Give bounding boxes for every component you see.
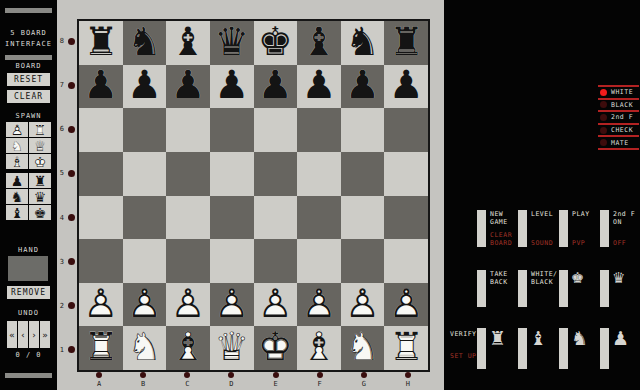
square-a4[interactable] — [79, 196, 123, 240]
square-f8[interactable]: ♝♝ — [297, 21, 341, 65]
black-knight[interactable]: ♞♞ — [341, 21, 385, 65]
led-label: BLACK — [611, 101, 633, 109]
button-bar[interactable] — [518, 270, 527, 307]
remove-button[interactable]: REMOVE — [7, 286, 50, 299]
piece-outline: ♟ — [297, 66, 341, 105]
button-bar[interactable] — [600, 328, 609, 369]
led-label: MATE — [611, 139, 629, 147]
led-indicator — [600, 127, 607, 134]
button-bar[interactable] — [477, 328, 486, 369]
spawn-black-knight-button[interactable]: ♞♞ — [6, 189, 28, 204]
led-indicator — [600, 89, 607, 96]
square-c6[interactable] — [166, 108, 210, 152]
piece-outline: ♕ — [32, 138, 48, 152]
square-b4[interactable] — [123, 196, 167, 240]
square-b5[interactable] — [123, 152, 167, 196]
piece-outline: ♟ — [123, 66, 167, 105]
square-f4[interactable] — [297, 196, 341, 240]
undo-controls: «‹›» — [7, 321, 50, 348]
bishop-icon: ♝ — [530, 329, 547, 348]
white-pawn[interactable]: ♟♙ — [210, 283, 254, 327]
piece-outline: ♛ — [32, 189, 48, 203]
file-label-c: C — [165, 371, 209, 389]
white-black-label: WHITE/ BLACK — [531, 270, 557, 286]
piece-outline: ♝ — [297, 22, 341, 61]
divider-bar — [5, 373, 52, 378]
square-b2[interactable]: ♟♙ — [123, 283, 167, 327]
rank-label-8: 8 — [56, 19, 77, 63]
white-rook[interactable]: ♜♖ — [384, 326, 428, 370]
piece-outline: ♝ — [9, 205, 25, 219]
undo-rewind-icon[interactable]: « — [7, 321, 17, 348]
rook-icon: ♜ — [489, 329, 506, 348]
square-h5[interactable] — [384, 152, 428, 196]
spawn-black-king-button[interactable]: ♚♚ — [29, 205, 51, 220]
piece-outline: ♙ — [166, 284, 210, 323]
status-led-panel: WHITEBLACK2nd FCHECKMATE — [598, 85, 639, 150]
piece-outline: ♖ — [32, 122, 48, 136]
play-label: PLAY — [572, 210, 590, 218]
black-pawn[interactable]: ♟♟ — [254, 65, 298, 109]
square-h2[interactable]: ♟♙ — [384, 283, 428, 327]
white-king[interactable]: ♚♔ — [32, 154, 48, 169]
square-h6[interactable] — [384, 108, 428, 152]
square-h7[interactable]: ♟♟ — [384, 65, 428, 109]
file-dot — [96, 372, 102, 378]
pawn-button[interactable]: ♟ — [600, 328, 640, 369]
board-section-label: BOARD — [0, 62, 57, 70]
file-dot — [405, 372, 411, 378]
queen-icon: ♛ — [612, 271, 625, 286]
clear-board-label: CLEAR BOARD — [490, 231, 512, 247]
file-letter: F — [318, 380, 322, 388]
black-bishop[interactable]: ♝♝ — [297, 21, 341, 65]
white-pawn[interactable]: ♟♙ — [254, 283, 298, 327]
file-label-b: B — [121, 371, 165, 389]
file-label-e: E — [254, 371, 298, 389]
piece-outline: ♙ — [210, 284, 254, 323]
button-bar[interactable] — [518, 328, 527, 369]
chess-computer-ui: 5 BOARD INTERFACE BOARD RESET CLEAR SPAW… — [0, 0, 640, 390]
rank-label-5: 5 — [56, 151, 77, 195]
spawn-white-knight-button[interactable]: ♞♘ — [6, 138, 28, 153]
button-bar[interactable] — [559, 210, 568, 247]
spawn-white-pawn-button[interactable]: ♟♙ — [6, 122, 28, 137]
piece-outline: ♜ — [32, 173, 48, 187]
button-bar[interactable] — [559, 270, 568, 307]
rank-dot — [68, 126, 75, 133]
spawn-white-bishop-button[interactable]: ♝♗ — [6, 154, 28, 169]
piece-outline: ♙ — [123, 284, 167, 323]
square-e8[interactable]: ♚♚ — [254, 21, 298, 65]
spawn-section-label: SPAWN — [0, 112, 57, 120]
piece-outline: ♟ — [341, 66, 385, 105]
black-bishop[interactable]: ♝♝ — [166, 21, 210, 65]
white-pawn[interactable]: ♟♙ — [384, 283, 428, 327]
spawn-white-rook-button[interactable]: ♜♖ — [29, 122, 51, 137]
black-pawn[interactable]: ♟♟ — [9, 173, 25, 188]
piece-outline: ♔ — [254, 328, 298, 367]
file-letter: B — [141, 380, 145, 388]
rank-number: 4 — [60, 214, 64, 222]
white-pawn[interactable]: ♟♙ — [79, 283, 123, 327]
spawn-black-rook-button[interactable]: ♜♜ — [29, 173, 51, 188]
led-indicator — [600, 101, 607, 108]
piece-outline: ♜ — [79, 22, 123, 61]
file-dot — [361, 372, 367, 378]
king-icon: ♚ — [571, 271, 584, 286]
second-function-button[interactable]: 2nd F ON OFF — [600, 210, 640, 247]
led-row-2nd-f: 2nd F — [598, 112, 639, 125]
piece-outline: ♗ — [166, 328, 210, 367]
square-f3[interactable] — [297, 239, 341, 283]
piece-outline: ♟ — [79, 66, 123, 105]
rank-label-2: 2 — [56, 284, 77, 328]
file-label-g: G — [342, 371, 386, 389]
piece-outline: ♘ — [123, 328, 167, 367]
square-d6[interactable] — [210, 108, 254, 152]
square-e7[interactable]: ♟♟ — [254, 65, 298, 109]
square-e3[interactable] — [254, 239, 298, 283]
led-indicator — [600, 139, 607, 146]
black-pawn[interactable]: ♟♟ — [384, 65, 428, 109]
square-h4[interactable] — [384, 196, 428, 240]
led-label: WHITE — [611, 88, 633, 96]
square-b8[interactable]: ♞♞ — [123, 21, 167, 65]
square-c7[interactable]: ♟♟ — [166, 65, 210, 109]
white-bishop[interactable]: ♝♗ — [9, 154, 25, 169]
square-f2[interactable]: ♟♙ — [297, 283, 341, 327]
file-dot — [273, 372, 279, 378]
piece-outline: ♛ — [210, 22, 254, 61]
white-knight[interactable]: ♞♘ — [9, 138, 25, 153]
square-c2[interactable]: ♟♙ — [166, 283, 210, 327]
white-pawn[interactable]: ♟♙ — [341, 283, 385, 327]
piece-outline: ♝ — [166, 22, 210, 61]
undo-counter: 0 / 0 — [0, 351, 57, 359]
button-bar[interactable] — [477, 210, 486, 247]
rank-label-4: 4 — [56, 196, 77, 240]
file-letter: H — [406, 380, 410, 388]
spawn-black-queen-button[interactable]: ♛♛ — [29, 189, 51, 204]
piece-outline: ♗ — [297, 328, 341, 367]
rank-label-1: 1 — [56, 328, 77, 372]
led-row-check: CHECK — [598, 125, 639, 138]
verify-label: VERIFY — [450, 330, 476, 338]
square-f7[interactable]: ♟♟ — [297, 65, 341, 109]
piece-outline: ♙ — [79, 284, 123, 323]
square-b3[interactable] — [123, 239, 167, 283]
file-dot — [317, 372, 323, 378]
black-pawn[interactable]: ♟♟ — [166, 65, 210, 109]
file-letter: G — [362, 380, 366, 388]
white-queen[interactable]: ♛♕ — [210, 326, 254, 370]
rank-number: 5 — [60, 169, 64, 177]
undo-back-icon[interactable]: ‹ — [18, 321, 28, 348]
square-e1[interactable]: ♚♔ — [254, 326, 298, 370]
piece-outline: ♟ — [210, 66, 254, 105]
black-knight[interactable]: ♞♞ — [123, 21, 167, 65]
black-bishop[interactable]: ♝♝ — [9, 205, 25, 220]
rank-label-7: 7 — [56, 63, 77, 107]
led-label: CHECK — [611, 126, 633, 134]
square-c8[interactable]: ♝♝ — [166, 21, 210, 65]
white-rook[interactable]: ♜♖ — [79, 326, 123, 370]
square-f5[interactable] — [297, 152, 341, 196]
divider-bar — [5, 55, 52, 60]
bishop-button[interactable]: ♝ — [518, 328, 558, 369]
file-label-f: F — [298, 371, 342, 389]
file-label-d: D — [209, 371, 253, 389]
square-a6[interactable] — [79, 108, 123, 152]
redo-fast-forward-icon[interactable]: » — [40, 321, 50, 348]
square-g3[interactable] — [341, 239, 385, 283]
square-g2[interactable]: ♟♙ — [341, 283, 385, 327]
hand-slot[interactable] — [8, 256, 48, 281]
sidebar: 5 BOARD INTERFACE BOARD RESET CLEAR SPAW… — [0, 0, 57, 390]
pvp-label: PVP — [572, 239, 585, 247]
white-pawn[interactable]: ♟♙ — [166, 283, 210, 327]
clear-button[interactable]: CLEAR — [7, 90, 50, 103]
square-h1[interactable]: ♜♖ — [384, 326, 428, 370]
file-labels: ABCDEFGH — [77, 371, 430, 389]
knight-button[interactable]: ♞ — [559, 328, 599, 369]
black-pawn[interactable]: ♟♟ — [123, 65, 167, 109]
white-pawn[interactable]: ♟♙ — [9, 122, 25, 137]
square-a7[interactable]: ♟♟ — [79, 65, 123, 109]
black-rook[interactable]: ♜♜ — [384, 21, 428, 65]
black-pawn[interactable]: ♟♟ — [341, 65, 385, 109]
piece-outline: ♕ — [210, 328, 254, 367]
white-pawn[interactable]: ♟♙ — [123, 283, 167, 327]
button-bar[interactable] — [477, 270, 486, 307]
black-queen[interactable]: ♛♛ — [210, 21, 254, 65]
white-king[interactable]: ♚♔ — [254, 326, 298, 370]
square-g6[interactable] — [341, 108, 385, 152]
rank-number: 6 — [60, 125, 64, 133]
led-row-black: BLACK — [598, 100, 639, 113]
spawn-white-king-button[interactable]: ♚♔ — [29, 154, 51, 169]
square-c5[interactable] — [166, 152, 210, 196]
piece-outline: ♞ — [9, 189, 25, 203]
square-d4[interactable] — [210, 196, 254, 240]
level-button[interactable]: LEVEL SOUND — [518, 210, 558, 247]
piece-outline: ♟ — [384, 66, 428, 105]
black-rook[interactable]: ♜♜ — [32, 173, 48, 188]
piece-outline: ♙ — [297, 284, 341, 323]
rank-dot — [68, 302, 75, 309]
piece-outline: ♚ — [254, 22, 298, 61]
sound-label: SOUND — [531, 239, 553, 247]
button-bar[interactable] — [600, 270, 609, 307]
hand-section-label: HAND — [0, 246, 57, 254]
file-letter: E — [273, 380, 277, 388]
piece-outline: ♗ — [9, 154, 25, 168]
second-function-on-label: 2nd F ON — [613, 210, 635, 226]
queen-button[interactable]: ♛ — [600, 270, 640, 307]
piece-outline: ♟ — [254, 66, 298, 105]
square-g8[interactable]: ♞♞ — [341, 21, 385, 65]
square-g5[interactable] — [341, 152, 385, 196]
square-d2[interactable]: ♟♙ — [210, 283, 254, 327]
file-letter: D — [229, 380, 233, 388]
setup-label: SET UP — [450, 352, 476, 360]
square-d3[interactable] — [210, 239, 254, 283]
file-dot — [140, 372, 146, 378]
black-pawn[interactable]: ♟♟ — [297, 65, 341, 109]
rank-number: 1 — [60, 346, 64, 354]
square-e4[interactable] — [254, 196, 298, 240]
piece-outline: ♞ — [341, 22, 385, 61]
black-knight[interactable]: ♞♞ — [9, 189, 25, 204]
led-label: 2nd F — [611, 113, 633, 121]
black-rook[interactable]: ♜♜ — [79, 21, 123, 65]
rank-number: 2 — [60, 302, 64, 310]
rank-dot — [68, 258, 75, 265]
button-bar[interactable] — [518, 210, 527, 247]
piece-outline: ♙ — [254, 284, 298, 323]
square-e6[interactable] — [254, 108, 298, 152]
rank-dot — [68, 82, 75, 89]
piece-outline: ♟ — [166, 66, 210, 105]
file-dot — [184, 372, 190, 378]
spawn-grid-black: ♟♟♜♜♞♞♛♛♝♝♚♚ — [6, 173, 52, 220]
piece-outline: ♙ — [384, 284, 428, 323]
take-back-label: TAKE BACK — [490, 270, 508, 286]
square-g4[interactable] — [341, 196, 385, 240]
rank-label-6: 6 — [56, 107, 77, 151]
rank-dot — [68, 346, 75, 353]
square-b6[interactable] — [123, 108, 167, 152]
square-c1[interactable]: ♝♗ — [166, 326, 210, 370]
led-row-white: WHITE — [598, 87, 639, 100]
white-bishop[interactable]: ♝♗ — [297, 326, 341, 370]
square-a5[interactable] — [79, 152, 123, 196]
off-label: OFF — [613, 239, 626, 247]
square-d1[interactable]: ♛♕ — [210, 326, 254, 370]
piece-outline: ♘ — [341, 328, 385, 367]
piece-outline: ♙ — [341, 284, 385, 323]
piece-outline: ♙ — [9, 122, 25, 136]
rank-labels: 87654321 — [56, 19, 77, 372]
rank-dot — [68, 214, 75, 221]
spawn-white-queen-button[interactable]: ♛♕ — [29, 138, 51, 153]
new-game-label: NEW GAME — [490, 210, 508, 226]
square-d8[interactable]: ♛♛ — [210, 21, 254, 65]
piece-outline: ♚ — [32, 205, 48, 219]
white-queen[interactable]: ♛♕ — [32, 138, 48, 153]
rook-button[interactable]: ♜ — [477, 328, 517, 369]
square-a8[interactable]: ♜♜ — [79, 21, 123, 65]
button-bar[interactable] — [600, 210, 609, 247]
app-title: 5 BOARD INTERFACE — [0, 28, 57, 50]
level-label: LEVEL — [531, 210, 553, 218]
led-indicator — [600, 114, 607, 121]
file-label-h: H — [386, 371, 430, 389]
rank-number: 8 — [60, 37, 64, 45]
divider-bar — [5, 8, 52, 13]
spawn-grid-white: ♟♙♜♖♞♘♛♕♝♗♚♔ — [6, 122, 52, 169]
square-c4[interactable] — [166, 196, 210, 240]
rank-dot — [68, 38, 75, 45]
piece-outline: ♖ — [384, 328, 428, 367]
button-bar[interactable] — [559, 328, 568, 369]
pawn-icon: ♟ — [612, 329, 629, 348]
king-button[interactable]: ♚ — [559, 270, 599, 307]
white-rook[interactable]: ♜♖ — [32, 122, 48, 137]
spawn-black-bishop-button[interactable]: ♝♝ — [6, 205, 28, 220]
square-g1[interactable]: ♞♘ — [341, 326, 385, 370]
square-b7[interactable]: ♟♟ — [123, 65, 167, 109]
white-black-button[interactable]: WHITE/ BLACK — [518, 270, 558, 307]
file-label-a: A — [77, 371, 121, 389]
square-h8[interactable]: ♜♜ — [384, 21, 428, 65]
white-bishop[interactable]: ♝♗ — [166, 326, 210, 370]
redo-forward-icon[interactable]: › — [29, 321, 39, 348]
square-f1[interactable]: ♝♗ — [297, 326, 341, 370]
square-d5[interactable] — [210, 152, 254, 196]
square-b1[interactable]: ♞♘ — [123, 326, 167, 370]
black-pawn[interactable]: ♟♟ — [210, 65, 254, 109]
black-king[interactable]: ♚♚ — [254, 21, 298, 65]
piece-outline: ♟ — [9, 173, 25, 187]
file-letter: C — [185, 380, 189, 388]
undo-section-label: UNDO — [0, 309, 57, 317]
square-f6[interactable] — [297, 108, 341, 152]
black-king[interactable]: ♚♚ — [32, 205, 48, 220]
play-button[interactable]: PLAY PVP — [559, 210, 599, 247]
piece-outline: ♖ — [79, 328, 123, 367]
reset-button[interactable]: RESET — [7, 73, 50, 86]
chess-board: ♜♜♞♞♝♝♛♛♚♚♝♝♞♞♜♜♟♟♟♟♟♟♟♟♟♟♟♟♟♟♟♟♟♙♟♙♟♙♟♙… — [77, 19, 430, 372]
rank-number: 7 — [60, 81, 64, 89]
spawn-black-pawn-button[interactable]: ♟♟ — [6, 173, 28, 188]
rank-number: 3 — [60, 258, 64, 266]
rank-label-3: 3 — [56, 240, 77, 284]
take-back-button[interactable]: TAKE BACK — [477, 270, 517, 307]
square-c3[interactable] — [166, 239, 210, 283]
square-g7[interactable]: ♟♟ — [341, 65, 385, 109]
white-pawn[interactable]: ♟♙ — [297, 283, 341, 327]
rank-dot — [68, 170, 75, 177]
square-a1[interactable]: ♜♖ — [79, 326, 123, 370]
file-letter: A — [97, 380, 101, 388]
file-dot — [228, 372, 234, 378]
square-e5[interactable] — [254, 152, 298, 196]
square-h3[interactable] — [384, 239, 428, 283]
black-queen[interactable]: ♛♛ — [32, 189, 48, 204]
piece-outline: ♞ — [123, 22, 167, 61]
black-pawn[interactable]: ♟♟ — [79, 65, 123, 109]
white-knight[interactable]: ♞♘ — [123, 326, 167, 370]
piece-outline: ♘ — [9, 138, 25, 152]
square-d7[interactable]: ♟♟ — [210, 65, 254, 109]
white-knight[interactable]: ♞♘ — [341, 326, 385, 370]
square-a3[interactable] — [79, 239, 123, 283]
led-row-mate: MATE — [598, 137, 639, 150]
piece-outline: ♔ — [32, 154, 48, 168]
piece-outline: ♜ — [384, 22, 428, 61]
square-a2[interactable]: ♟♙ — [79, 283, 123, 327]
square-e2[interactable]: ♟♙ — [254, 283, 298, 327]
new-game-button[interactable]: NEW GAME CLEAR BOARD — [477, 210, 517, 247]
knight-icon: ♞ — [571, 329, 588, 348]
